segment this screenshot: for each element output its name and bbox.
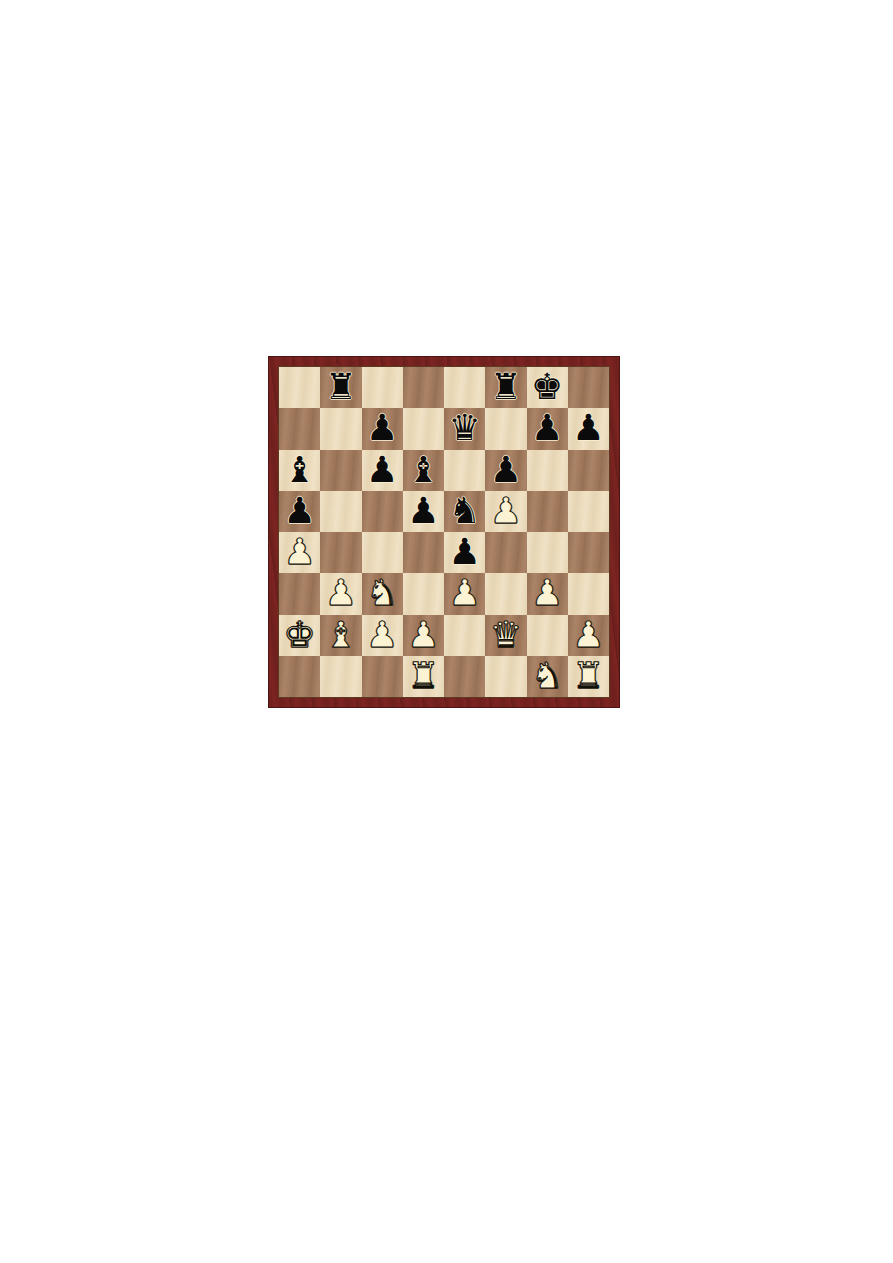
black-pawn-e4: ♟ — [448, 532, 480, 572]
white-pawn-c2: ♟ — [366, 615, 398, 655]
white-pawn-b3: ♟ — [325, 573, 357, 613]
square-f7[interactable] — [485, 408, 526, 449]
square-d3[interactable] — [403, 573, 444, 614]
square-d5[interactable]: ♟ — [403, 491, 444, 532]
black-pawn-c6: ♟ — [366, 450, 398, 490]
square-h6[interactable] — [568, 450, 609, 491]
black-knight-e5: ♞ — [448, 491, 480, 531]
white-bishop-b2: ♝ — [325, 615, 357, 655]
square-f8[interactable]: ♜ — [485, 367, 526, 408]
square-c7[interactable]: ♟ — [362, 408, 403, 449]
black-queen-e7: ♛ — [448, 408, 480, 448]
square-g4[interactable] — [527, 532, 568, 573]
black-king-g8: ♚ — [531, 367, 563, 407]
square-a8[interactable] — [279, 367, 320, 408]
square-b2[interactable]: ♝ — [320, 615, 361, 656]
square-g5[interactable] — [527, 491, 568, 532]
square-c3[interactable]: ♞ — [362, 573, 403, 614]
square-e7[interactable]: ♛ — [444, 408, 485, 449]
square-d7[interactable] — [403, 408, 444, 449]
square-h4[interactable] — [568, 532, 609, 573]
black-bishop-a6: ♝ — [283, 450, 315, 490]
black-pawn-g7: ♟ — [531, 408, 563, 448]
square-e8[interactable] — [444, 367, 485, 408]
square-d4[interactable] — [403, 532, 444, 573]
white-pawn-a4: ♟ — [283, 532, 315, 572]
black-pawn-f6: ♟ — [490, 450, 522, 490]
square-a5[interactable]: ♟ — [279, 491, 320, 532]
square-c8[interactable] — [362, 367, 403, 408]
square-h2[interactable]: ♟ — [568, 615, 609, 656]
square-a1[interactable] — [279, 656, 320, 697]
white-rook-h1: ♜ — [572, 656, 604, 696]
square-b6[interactable] — [320, 450, 361, 491]
square-c4[interactable] — [362, 532, 403, 573]
white-rook-d1: ♜ — [407, 656, 439, 696]
square-b4[interactable] — [320, 532, 361, 573]
black-rook-f8: ♜ — [490, 367, 522, 407]
black-bishop-d6: ♝ — [407, 450, 439, 490]
square-d6[interactable]: ♝ — [403, 450, 444, 491]
square-f4[interactable] — [485, 532, 526, 573]
square-a7[interactable] — [279, 408, 320, 449]
square-b7[interactable] — [320, 408, 361, 449]
square-e4[interactable]: ♟ — [444, 532, 485, 573]
square-f3[interactable] — [485, 573, 526, 614]
black-pawn-a5: ♟ — [283, 491, 315, 531]
square-b5[interactable] — [320, 491, 361, 532]
black-pawn-c7: ♟ — [366, 408, 398, 448]
square-c5[interactable] — [362, 491, 403, 532]
square-g6[interactable] — [527, 450, 568, 491]
square-f6[interactable]: ♟ — [485, 450, 526, 491]
square-a4[interactable]: ♟ — [279, 532, 320, 573]
square-g1[interactable]: ♞ — [527, 656, 568, 697]
square-d2[interactable]: ♟ — [403, 615, 444, 656]
white-knight-c3: ♞ — [366, 573, 398, 613]
square-h1[interactable]: ♜ — [568, 656, 609, 697]
square-d1[interactable]: ♜ — [403, 656, 444, 697]
square-e3[interactable]: ♟ — [444, 573, 485, 614]
square-b3[interactable]: ♟ — [320, 573, 361, 614]
square-e6[interactable] — [444, 450, 485, 491]
square-g8[interactable]: ♚ — [527, 367, 568, 408]
chess-board-grid: ♜♜♚♟♛♟♟♝♟♝♟♟♟♞♟♟♟♟♞♟♟♚♝♟♟♛♟♜♞♜ — [279, 367, 609, 697]
square-f5[interactable]: ♟ — [485, 491, 526, 532]
white-pawn-e3: ♟ — [448, 573, 480, 613]
square-c1[interactable] — [362, 656, 403, 697]
black-pawn-h7: ♟ — [572, 408, 604, 448]
white-pawn-f5: ♟ — [490, 491, 522, 531]
square-c2[interactable]: ♟ — [362, 615, 403, 656]
square-b1[interactable] — [320, 656, 361, 697]
square-a6[interactable]: ♝ — [279, 450, 320, 491]
square-g2[interactable] — [527, 615, 568, 656]
square-b8[interactable]: ♜ — [320, 367, 361, 408]
square-h3[interactable] — [568, 573, 609, 614]
white-king-a2: ♚ — [283, 615, 315, 655]
chess-board: ♜♜♚♟♛♟♟♝♟♝♟♟♟♞♟♟♟♟♞♟♟♚♝♟♟♛♟♜♞♜ — [268, 356, 620, 708]
square-e5[interactable]: ♞ — [444, 491, 485, 532]
square-d8[interactable] — [403, 367, 444, 408]
square-f2[interactable]: ♛ — [485, 615, 526, 656]
square-h8[interactable] — [568, 367, 609, 408]
black-pawn-d5: ♟ — [407, 491, 439, 531]
square-g3[interactable]: ♟ — [527, 573, 568, 614]
square-e2[interactable] — [444, 615, 485, 656]
square-c6[interactable]: ♟ — [362, 450, 403, 491]
square-h5[interactable] — [568, 491, 609, 532]
document-page: ♜♜♚♟♛♟♟♝♟♝♟♟♟♞♟♟♟♟♞♟♟♚♝♟♟♛♟♜♞♜ — [0, 0, 893, 1263]
square-g7[interactable]: ♟ — [527, 408, 568, 449]
square-h7[interactable]: ♟ — [568, 408, 609, 449]
white-pawn-h2: ♟ — [572, 615, 604, 655]
square-e1[interactable] — [444, 656, 485, 697]
white-pawn-d2: ♟ — [407, 615, 439, 655]
black-rook-b8: ♜ — [325, 367, 357, 407]
square-a3[interactable] — [279, 573, 320, 614]
square-f1[interactable] — [485, 656, 526, 697]
square-a2[interactable]: ♚ — [279, 615, 320, 656]
white-pawn-g3: ♟ — [531, 573, 563, 613]
white-knight-g1: ♞ — [531, 656, 563, 696]
white-queen-f2: ♛ — [490, 615, 522, 655]
